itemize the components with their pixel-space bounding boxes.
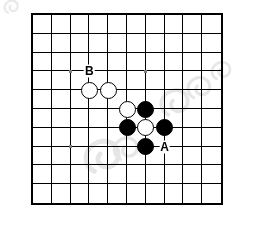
board-cell — [52, 71, 71, 90]
board-cell — [146, 53, 165, 72]
board-cell — [89, 184, 108, 203]
board-cell — [33, 165, 52, 184]
board-cell — [183, 90, 202, 109]
board-cell — [127, 184, 146, 203]
board-cell — [108, 15, 127, 34]
board-cell — [202, 109, 221, 128]
board-cell — [127, 71, 146, 90]
label-B: B — [84, 65, 95, 78]
white-stone — [100, 82, 117, 99]
board-cell — [52, 15, 71, 34]
board-cell — [71, 184, 90, 203]
star-point — [69, 70, 72, 73]
board-cell — [52, 128, 71, 147]
board-cell — [183, 128, 202, 147]
board-cell — [146, 165, 165, 184]
board-cell — [52, 109, 71, 128]
board-cell — [183, 147, 202, 166]
board-cell — [165, 53, 184, 72]
star-point — [69, 145, 72, 148]
board-cell — [202, 165, 221, 184]
board-cell — [183, 184, 202, 203]
board-cell — [165, 71, 184, 90]
board-cell — [52, 184, 71, 203]
board-cell — [89, 165, 108, 184]
board-cell — [146, 15, 165, 34]
board-cell — [52, 34, 71, 53]
board-cell — [71, 109, 90, 128]
board-cell — [202, 15, 221, 34]
board-cell — [146, 34, 165, 53]
board-cell — [52, 147, 71, 166]
board-cell — [202, 34, 221, 53]
board-cell — [108, 184, 127, 203]
board-cell — [183, 71, 202, 90]
star-point — [144, 70, 147, 73]
board-cell — [89, 109, 108, 128]
label-A: A — [159, 140, 170, 153]
board-cell — [33, 184, 52, 203]
board-cell — [33, 147, 52, 166]
board-cell — [33, 53, 52, 72]
board-cell — [33, 109, 52, 128]
board-cell — [71, 15, 90, 34]
board-cell — [108, 34, 127, 53]
board-cell — [108, 147, 127, 166]
board-cell — [71, 165, 90, 184]
go-board: BA — [31, 13, 223, 205]
board-cell — [165, 34, 184, 53]
board-cell — [202, 128, 221, 147]
board-cell — [202, 184, 221, 203]
board-cell — [165, 15, 184, 34]
board-cell — [33, 34, 52, 53]
board-cell — [89, 147, 108, 166]
white-stone — [81, 82, 98, 99]
black-stone — [119, 119, 136, 136]
board-cell — [71, 147, 90, 166]
board-cell — [146, 184, 165, 203]
board-cell — [52, 165, 71, 184]
board-cell — [89, 15, 108, 34]
diagram-canvas: BA — [0, 0, 258, 228]
board-cell — [165, 90, 184, 109]
board-cell — [183, 53, 202, 72]
board-cell — [71, 34, 90, 53]
board-cell — [33, 128, 52, 147]
board-cell — [165, 184, 184, 203]
board-cell — [33, 90, 52, 109]
board-cell — [183, 109, 202, 128]
board-cell — [89, 128, 108, 147]
board-cell — [183, 15, 202, 34]
board-cell — [202, 71, 221, 90]
board-cell — [202, 90, 221, 109]
board-cell — [89, 34, 108, 53]
board-cell — [183, 34, 202, 53]
board-cell — [165, 165, 184, 184]
black-stone — [137, 101, 154, 118]
board-cell — [108, 165, 127, 184]
board-cell — [71, 128, 90, 147]
board-cell — [127, 15, 146, 34]
board-cell — [127, 34, 146, 53]
board-cell — [127, 165, 146, 184]
board-cell — [33, 15, 52, 34]
board-cell — [52, 90, 71, 109]
board-cell — [108, 53, 127, 72]
board-cell — [52, 53, 71, 72]
board-cell — [127, 53, 146, 72]
board-cell — [146, 71, 165, 90]
board-cell — [202, 53, 221, 72]
white-stone — [119, 101, 136, 118]
board-cell — [33, 71, 52, 90]
board-cell — [183, 165, 202, 184]
board-cell — [202, 147, 221, 166]
